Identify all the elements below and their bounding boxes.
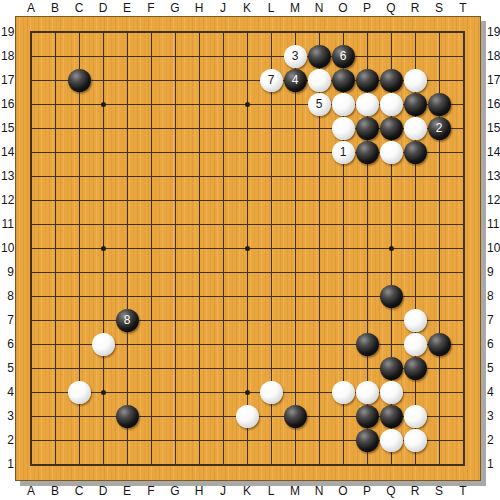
- col-label-bottom-M: M: [283, 484, 307, 498]
- col-label-top-D: D: [91, 1, 115, 15]
- move-number: 7: [268, 69, 275, 92]
- row-label-left-1: 1: [1, 457, 14, 471]
- row-label-left-2: 2: [1, 433, 14, 447]
- white-stone: [404, 69, 427, 92]
- white-stone: [236, 405, 259, 428]
- col-label-top-B: B: [43, 1, 67, 15]
- row-label-right-9: 9: [487, 265, 500, 279]
- col-label-top-J: J: [211, 1, 235, 15]
- black-stone: 8: [116, 309, 139, 332]
- col-label-top-P: P: [355, 1, 379, 15]
- row-label-left-5: 5: [1, 361, 14, 375]
- white-stone: [356, 93, 379, 116]
- row-label-left-11: 11: [1, 217, 14, 231]
- row-label-right-13: 13: [487, 169, 500, 183]
- go-board[interactable]: 64283751: [15, 16, 481, 481]
- col-label-bottom-K: K: [235, 484, 259, 498]
- row-label-right-18: 18: [487, 49, 500, 63]
- col-label-bottom-R: R: [403, 484, 427, 498]
- white-stone: 3: [284, 45, 307, 68]
- row-label-right-2: 2: [487, 433, 500, 447]
- col-label-bottom-N: N: [307, 484, 331, 498]
- row-label-left-16: 16: [1, 97, 14, 111]
- white-stone: [356, 381, 379, 404]
- row-label-right-3: 3: [487, 409, 500, 423]
- row-label-left-8: 8: [1, 289, 14, 303]
- move-number: 8: [124, 309, 131, 332]
- col-label-top-S: S: [427, 1, 451, 15]
- col-label-bottom-O: O: [331, 484, 355, 498]
- row-label-right-5: 5: [487, 361, 500, 375]
- row-label-right-1: 1: [487, 457, 500, 471]
- row-label-left-14: 14: [1, 145, 14, 159]
- col-label-top-K: K: [235, 1, 259, 15]
- row-label-left-3: 3: [1, 409, 14, 423]
- row-label-left-18: 18: [1, 49, 14, 63]
- col-label-top-R: R: [403, 1, 427, 15]
- row-label-left-6: 6: [1, 337, 14, 351]
- row-label-right-15: 15: [487, 121, 500, 135]
- col-label-top-G: G: [163, 1, 187, 15]
- black-stone: [356, 429, 379, 452]
- white-stone: [332, 117, 355, 140]
- col-label-bottom-S: S: [427, 484, 451, 498]
- row-label-left-4: 4: [1, 385, 14, 399]
- col-label-bottom-E: E: [115, 484, 139, 498]
- col-label-top-L: L: [259, 1, 283, 15]
- col-label-top-A: A: [19, 1, 43, 15]
- row-label-left-7: 7: [1, 313, 14, 327]
- black-stone: [332, 69, 355, 92]
- row-label-left-10: 10: [1, 241, 14, 255]
- white-stone: 1: [332, 141, 355, 164]
- col-label-top-E: E: [115, 1, 139, 15]
- black-stone: [356, 405, 379, 428]
- star-point: [389, 246, 394, 251]
- white-stone: [68, 381, 91, 404]
- row-label-left-9: 9: [1, 265, 14, 279]
- move-number: 2: [436, 117, 443, 140]
- white-stone: [404, 117, 427, 140]
- white-stone: [380, 93, 403, 116]
- black-stone: [380, 357, 403, 380]
- black-stone: 6: [332, 45, 355, 68]
- col-label-top-Q: Q: [379, 1, 403, 15]
- row-label-right-6: 6: [487, 337, 500, 351]
- black-stone: [380, 405, 403, 428]
- black-stone: [404, 357, 427, 380]
- col-label-top-N: N: [307, 1, 331, 15]
- row-label-right-10: 10: [487, 241, 500, 255]
- black-stone: [380, 285, 403, 308]
- row-label-right-11: 11: [487, 217, 500, 231]
- black-stone: [356, 141, 379, 164]
- row-label-right-19: 19: [487, 25, 500, 39]
- black-stone: [308, 45, 331, 68]
- white-stone: [260, 381, 283, 404]
- black-stone: [404, 141, 427, 164]
- col-label-bottom-B: B: [43, 484, 67, 498]
- col-label-bottom-C: C: [67, 484, 91, 498]
- star-point: [245, 102, 250, 107]
- col-label-bottom-J: J: [211, 484, 235, 498]
- row-label-left-15: 15: [1, 121, 14, 135]
- black-stone: 4: [284, 69, 307, 92]
- white-stone: [308, 69, 331, 92]
- black-stone: [356, 69, 379, 92]
- row-label-right-7: 7: [487, 313, 500, 327]
- col-label-bottom-F: F: [139, 484, 163, 498]
- row-label-left-19: 19: [1, 25, 14, 39]
- row-label-right-4: 4: [487, 385, 500, 399]
- move-number: 5: [316, 93, 323, 116]
- col-label-bottom-L: L: [259, 484, 283, 498]
- black-stone: [284, 405, 307, 428]
- col-label-top-M: M: [283, 1, 307, 15]
- go-diagram-screen: 64283751 AABBCCDDEEFFGGHHJJKKLLMMNNOOPPQ…: [0, 0, 500, 500]
- black-stone: [428, 93, 451, 116]
- white-stone: [380, 141, 403, 164]
- black-stone: [356, 333, 379, 356]
- row-label-right-17: 17: [487, 73, 500, 87]
- white-stone: [404, 333, 427, 356]
- star-point: [245, 390, 250, 395]
- white-stone: [92, 333, 115, 356]
- star-point: [101, 390, 106, 395]
- white-stone: [404, 309, 427, 332]
- star-point: [101, 246, 106, 251]
- move-number: 4: [292, 69, 299, 92]
- white-stone: [404, 405, 427, 428]
- col-label-bottom-A: A: [19, 484, 43, 498]
- black-stone: [68, 69, 91, 92]
- col-label-top-C: C: [67, 1, 91, 15]
- black-stone: [428, 333, 451, 356]
- move-number: 1: [340, 141, 347, 164]
- white-stone: [332, 93, 355, 116]
- col-label-top-T: T: [451, 1, 475, 15]
- move-number: 6: [340, 45, 347, 68]
- col-label-top-H: H: [187, 1, 211, 15]
- black-stone: [380, 69, 403, 92]
- row-label-right-14: 14: [487, 145, 500, 159]
- black-stone: [116, 405, 139, 428]
- col-label-top-O: O: [331, 1, 355, 15]
- row-label-left-17: 17: [1, 73, 14, 87]
- black-stone: [380, 117, 403, 140]
- col-label-bottom-Q: Q: [379, 484, 403, 498]
- white-stone: 7: [260, 69, 283, 92]
- black-stone: 2: [428, 117, 451, 140]
- row-label-right-12: 12: [487, 193, 500, 207]
- col-label-bottom-H: H: [187, 484, 211, 498]
- col-label-bottom-G: G: [163, 484, 187, 498]
- row-label-left-12: 12: [1, 193, 14, 207]
- row-label-left-13: 13: [1, 169, 14, 183]
- row-label-right-16: 16: [487, 97, 500, 111]
- white-stone: [380, 429, 403, 452]
- black-stone: [404, 93, 427, 116]
- star-point: [245, 246, 250, 251]
- move-number: 3: [292, 45, 299, 68]
- white-stone: 5: [308, 93, 331, 116]
- col-label-top-F: F: [139, 1, 163, 15]
- col-label-bottom-T: T: [451, 484, 475, 498]
- row-label-right-8: 8: [487, 289, 500, 303]
- black-stone: [356, 117, 379, 140]
- col-label-bottom-P: P: [355, 484, 379, 498]
- col-label-bottom-D: D: [91, 484, 115, 498]
- white-stone: [332, 381, 355, 404]
- star-point: [101, 102, 106, 107]
- white-stone: [380, 381, 403, 404]
- white-stone: [404, 429, 427, 452]
